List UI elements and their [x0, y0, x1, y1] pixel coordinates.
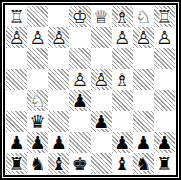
piece-white-rook: ♖ [8, 8, 24, 26]
piece-black-bishop: ♝ [114, 155, 130, 173]
square-c7[interactable]: ♟ [112, 132, 133, 153]
square-h7[interactable]: ♟ [6, 132, 27, 153]
square-a4[interactable] [154, 69, 175, 90]
square-g4[interactable] [27, 69, 48, 90]
square-e2[interactable] [69, 27, 90, 48]
square-a8[interactable]: ♜ [154, 153, 175, 174]
square-c2[interactable]: ♙ [112, 27, 133, 48]
piece-black-pawn: ♟ [135, 134, 151, 152]
piece-white-bishop: ♗ [114, 8, 130, 26]
piece-white-king: ♔ [72, 8, 88, 26]
piece-black-pawn: ♟ [72, 92, 88, 110]
square-d8[interactable] [91, 153, 112, 174]
square-g1[interactable] [27, 6, 48, 27]
square-e6[interactable] [69, 111, 90, 132]
piece-white-pawn: ♙ [30, 29, 46, 47]
piece-white-pawn: ♙ [51, 29, 67, 47]
square-f6[interactable] [48, 111, 69, 132]
piece-black-knight: ♞ [30, 155, 46, 173]
piece-white-knight: ♘ [30, 92, 46, 110]
square-e4[interactable]: ♙ [69, 69, 90, 90]
square-e7[interactable] [69, 132, 90, 153]
square-d1[interactable]: ♕ [91, 6, 112, 27]
square-b2[interactable]: ♙ [133, 27, 154, 48]
square-b7[interactable]: ♟ [133, 132, 154, 153]
piece-white-pawn: ♙ [72, 71, 88, 89]
square-g7[interactable]: ♟ [27, 132, 48, 153]
diagram-frame: ♖♔♕♗♘♖♙♙♙♙♙♙♙♙♗♘♟♛♟♟♟♟♟♟♟♜♞♝♚♝♞♜ [0, 0, 181, 180]
piece-black-bishop: ♝ [51, 155, 67, 173]
square-d3[interactable] [91, 48, 112, 69]
square-d4[interactable]: ♙ [91, 69, 112, 90]
square-d6[interactable]: ♟ [91, 111, 112, 132]
square-d5[interactable] [91, 90, 112, 111]
square-h3[interactable] [6, 48, 27, 69]
piece-black-king: ♚ [72, 155, 88, 173]
square-d7[interactable] [91, 132, 112, 153]
square-c1[interactable]: ♗ [112, 6, 133, 27]
square-f1[interactable] [48, 6, 69, 27]
piece-black-pawn: ♟ [93, 113, 109, 131]
square-c3[interactable] [112, 48, 133, 69]
square-f4[interactable] [48, 69, 69, 90]
square-d2[interactable] [91, 27, 112, 48]
piece-white-pawn: ♙ [93, 71, 109, 89]
piece-black-pawn: ♟ [8, 134, 24, 152]
piece-black-pawn: ♟ [156, 134, 172, 152]
piece-black-rook: ♜ [8, 155, 24, 173]
piece-white-rook: ♖ [156, 8, 172, 26]
square-a5[interactable] [154, 90, 175, 111]
square-h5[interactable] [6, 90, 27, 111]
piece-black-queen: ♛ [30, 113, 46, 131]
square-g6[interactable]: ♛ [27, 111, 48, 132]
piece-black-knight: ♞ [135, 155, 151, 173]
piece-white-pawn: ♙ [114, 29, 130, 47]
square-h4[interactable] [6, 69, 27, 90]
square-e1[interactable]: ♔ [69, 6, 90, 27]
piece-white-pawn: ♙ [8, 29, 24, 47]
square-h2[interactable]: ♙ [6, 27, 27, 48]
square-e5[interactable]: ♟ [69, 90, 90, 111]
square-f5[interactable] [48, 90, 69, 111]
square-b4[interactable] [133, 69, 154, 90]
square-e8[interactable]: ♚ [69, 153, 90, 174]
square-a6[interactable] [154, 111, 175, 132]
square-h8[interactable]: ♜ [6, 153, 27, 174]
square-f3[interactable] [48, 48, 69, 69]
square-c5[interactable] [112, 90, 133, 111]
square-f7[interactable]: ♟ [48, 132, 69, 153]
piece-black-pawn: ♟ [30, 134, 46, 152]
piece-black-pawn: ♟ [114, 134, 130, 152]
square-h6[interactable] [6, 111, 27, 132]
square-b8[interactable]: ♞ [133, 153, 154, 174]
square-b1[interactable]: ♘ [133, 6, 154, 27]
square-c4[interactable]: ♗ [112, 69, 133, 90]
square-a2[interactable]: ♙ [154, 27, 175, 48]
chess-board: ♖♔♕♗♘♖♙♙♙♙♙♙♙♙♗♘♟♛♟♟♟♟♟♟♟♜♞♝♚♝♞♜ [6, 6, 175, 174]
square-f8[interactable]: ♝ [48, 153, 69, 174]
square-a3[interactable] [154, 48, 175, 69]
square-h1[interactable]: ♖ [6, 6, 27, 27]
square-g3[interactable] [27, 48, 48, 69]
square-a1[interactable]: ♖ [154, 6, 175, 27]
square-g5[interactable]: ♘ [27, 90, 48, 111]
square-g2[interactable]: ♙ [27, 27, 48, 48]
square-b3[interactable] [133, 48, 154, 69]
piece-white-queen: ♕ [93, 8, 109, 26]
piece-black-pawn: ♟ [51, 134, 67, 152]
square-g8[interactable]: ♞ [27, 153, 48, 174]
piece-white-pawn: ♙ [135, 29, 151, 47]
square-b5[interactable] [133, 90, 154, 111]
piece-black-rook: ♜ [156, 155, 172, 173]
square-c8[interactable]: ♝ [112, 153, 133, 174]
piece-white-pawn: ♙ [156, 29, 172, 47]
square-c6[interactable] [112, 111, 133, 132]
piece-white-bishop: ♗ [114, 71, 130, 89]
square-b6[interactable] [133, 111, 154, 132]
square-f2[interactable]: ♙ [48, 27, 69, 48]
diagram-inner-frame: ♖♔♕♗♘♖♙♙♙♙♙♙♙♙♗♘♟♛♟♟♟♟♟♟♟♜♞♝♚♝♞♜ [3, 3, 178, 177]
square-e3[interactable] [69, 48, 90, 69]
piece-white-knight: ♘ [135, 8, 151, 26]
square-a7[interactable]: ♟ [154, 132, 175, 153]
